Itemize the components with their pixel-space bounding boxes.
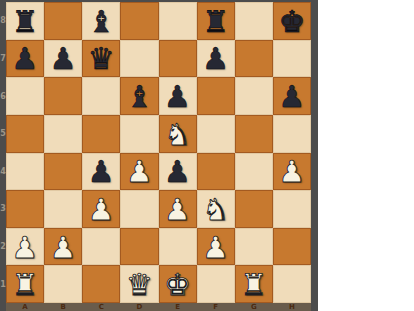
square-g2[interactable] xyxy=(235,228,273,266)
piece-black-bishop-c8[interactable]: ♝ xyxy=(88,7,115,37)
piece-black-pawn-f7[interactable]: ♟ xyxy=(202,44,229,74)
square-f4[interactable] xyxy=(197,153,235,191)
square-a1[interactable]: ♜ xyxy=(6,265,44,303)
square-b1[interactable] xyxy=(44,265,82,303)
square-e2[interactable] xyxy=(159,228,197,266)
piece-white-rook-g1[interactable]: ♜ xyxy=(240,270,267,300)
square-c8[interactable]: ♝ xyxy=(82,2,120,40)
piece-white-king-e1[interactable]: ♚ xyxy=(164,270,191,300)
piece-white-pawn-a2[interactable]: ♟ xyxy=(12,233,39,263)
square-b2[interactable]: ♟ xyxy=(44,228,82,266)
file-label-f: F xyxy=(197,303,235,311)
square-g8[interactable] xyxy=(235,2,273,40)
square-b5[interactable] xyxy=(44,115,82,153)
screenshot-root: 87654321 ♜♝♜♚♟♟♛♟♝♟♟♞♟♟♟♟♟♟♞♟♟♟♜♛♚♜ ABCD… xyxy=(0,0,414,311)
square-c1[interactable] xyxy=(82,265,120,303)
file-label-b: B xyxy=(44,303,82,311)
square-h1[interactable] xyxy=(273,265,311,303)
piece-white-knight-e5[interactable]: ♞ xyxy=(164,120,191,150)
piece-white-queen-d1[interactable]: ♛ xyxy=(126,270,153,300)
square-d3[interactable] xyxy=(120,190,158,228)
piece-white-pawn-c3[interactable]: ♟ xyxy=(88,195,115,225)
square-d5[interactable] xyxy=(120,115,158,153)
square-f8[interactable]: ♜ xyxy=(197,2,235,40)
square-e6[interactable]: ♟ xyxy=(159,77,197,115)
square-c6[interactable] xyxy=(82,77,120,115)
square-h7[interactable] xyxy=(273,40,311,78)
piece-white-pawn-e3[interactable]: ♟ xyxy=(164,195,191,225)
file-label-a: A xyxy=(6,303,44,311)
file-label-d: D xyxy=(120,303,158,311)
square-c5[interactable] xyxy=(82,115,120,153)
square-d4[interactable]: ♟ xyxy=(120,153,158,191)
square-h4[interactable]: ♟ xyxy=(273,153,311,191)
board-grid: ♜♝♜♚♟♟♛♟♝♟♟♞♟♟♟♟♟♟♞♟♟♟♜♛♚♜ xyxy=(6,2,311,303)
square-h3[interactable] xyxy=(273,190,311,228)
square-g6[interactable] xyxy=(235,77,273,115)
square-a6[interactable] xyxy=(6,77,44,115)
square-g5[interactable] xyxy=(235,115,273,153)
square-d6[interactable]: ♝ xyxy=(120,77,158,115)
square-g3[interactable] xyxy=(235,190,273,228)
square-h5[interactable] xyxy=(273,115,311,153)
chess-board-frame: 87654321 ♜♝♜♚♟♟♛♟♝♟♟♞♟♟♟♟♟♟♞♟♟♟♜♛♚♜ ABCD… xyxy=(0,0,318,311)
square-d7[interactable] xyxy=(120,40,158,78)
square-f1[interactable] xyxy=(197,265,235,303)
piece-black-pawn-h6[interactable]: ♟ xyxy=(278,82,305,112)
square-b6[interactable] xyxy=(44,77,82,115)
piece-black-pawn-a7[interactable]: ♟ xyxy=(12,44,39,74)
square-f2[interactable]: ♟ xyxy=(197,228,235,266)
piece-black-pawn-e4[interactable]: ♟ xyxy=(164,157,191,187)
piece-black-king-h8[interactable]: ♚ xyxy=(278,7,305,37)
piece-black-rook-f8[interactable]: ♜ xyxy=(202,7,229,37)
square-h6[interactable]: ♟ xyxy=(273,77,311,115)
square-b4[interactable] xyxy=(44,153,82,191)
square-f6[interactable] xyxy=(197,77,235,115)
file-labels: ABCDEFGH xyxy=(6,303,311,311)
square-b7[interactable]: ♟ xyxy=(44,40,82,78)
square-a3[interactable] xyxy=(6,190,44,228)
square-b3[interactable] xyxy=(44,190,82,228)
right-whitespace-panel xyxy=(318,0,414,311)
square-e1[interactable]: ♚ xyxy=(159,265,197,303)
square-c2[interactable] xyxy=(82,228,120,266)
piece-white-rook-a1[interactable]: ♜ xyxy=(12,270,39,300)
square-f5[interactable] xyxy=(197,115,235,153)
square-g7[interactable] xyxy=(235,40,273,78)
square-a2[interactable]: ♟ xyxy=(6,228,44,266)
square-a5[interactable] xyxy=(6,115,44,153)
piece-white-pawn-b2[interactable]: ♟ xyxy=(50,233,77,263)
piece-white-pawn-h4[interactable]: ♟ xyxy=(278,157,305,187)
square-f7[interactable]: ♟ xyxy=(197,40,235,78)
square-e8[interactable] xyxy=(159,2,197,40)
square-h8[interactable]: ♚ xyxy=(273,2,311,40)
piece-black-rook-a8[interactable]: ♜ xyxy=(12,7,39,37)
square-c3[interactable]: ♟ xyxy=(82,190,120,228)
square-a8[interactable]: ♜ xyxy=(6,2,44,40)
piece-white-pawn-d4[interactable]: ♟ xyxy=(126,157,153,187)
piece-black-bishop-d6[interactable]: ♝ xyxy=(126,82,153,112)
square-a7[interactable]: ♟ xyxy=(6,40,44,78)
square-d2[interactable] xyxy=(120,228,158,266)
square-d8[interactable] xyxy=(120,2,158,40)
piece-white-pawn-f2[interactable]: ♟ xyxy=(202,233,229,263)
piece-black-queen-c7[interactable]: ♛ xyxy=(88,44,115,74)
square-b8[interactable] xyxy=(44,2,82,40)
square-f3[interactable]: ♞ xyxy=(197,190,235,228)
file-label-h: H xyxy=(273,303,311,311)
file-label-e: E xyxy=(159,303,197,311)
file-label-c: C xyxy=(82,303,120,311)
piece-black-pawn-c4[interactable]: ♟ xyxy=(88,157,115,187)
square-g4[interactable] xyxy=(235,153,273,191)
square-c7[interactable]: ♛ xyxy=(82,40,120,78)
piece-white-knight-f3[interactable]: ♞ xyxy=(202,195,229,225)
square-e5[interactable]: ♞ xyxy=(159,115,197,153)
square-h2[interactable] xyxy=(273,228,311,266)
piece-black-pawn-e6[interactable]: ♟ xyxy=(164,82,191,112)
square-e3[interactable]: ♟ xyxy=(159,190,197,228)
square-g1[interactable]: ♜ xyxy=(235,265,273,303)
square-e4[interactable]: ♟ xyxy=(159,153,197,191)
square-d1[interactable]: ♛ xyxy=(120,265,158,303)
piece-black-pawn-b7[interactable]: ♟ xyxy=(50,44,77,74)
square-e7[interactable] xyxy=(159,40,197,78)
file-label-g: G xyxy=(235,303,273,311)
square-a4[interactable] xyxy=(6,153,44,191)
square-c4[interactable]: ♟ xyxy=(82,153,120,191)
